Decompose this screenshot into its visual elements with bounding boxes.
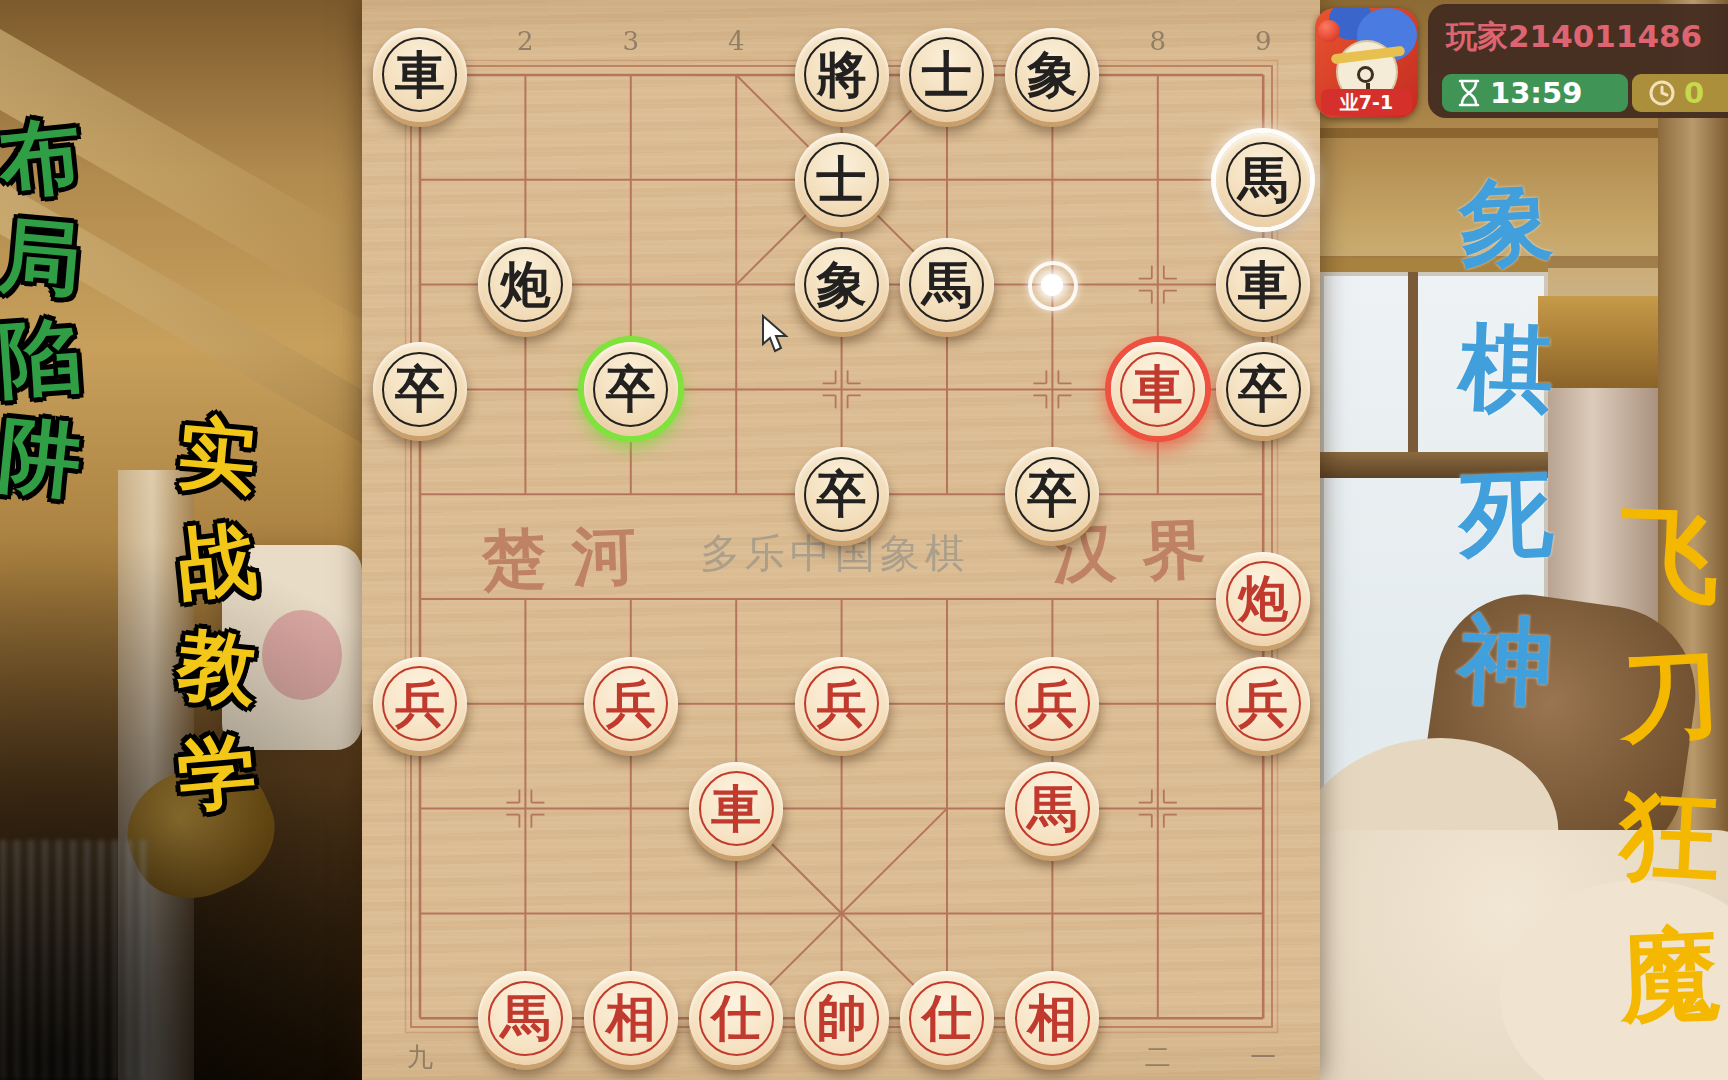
clock-icon [1648,79,1676,107]
red-piece-兵[interactable]: 兵 [373,657,467,751]
black-piece-卒[interactable]: 卒 [584,342,678,436]
black-piece-將[interactable]: 將 [795,28,889,122]
move-timer-value: 0 [1684,76,1704,110]
right-title-xiangqi-sishen: 象棋死神 [1458,150,1554,734]
black-piece-車[interactable]: 車 [373,28,467,122]
black-piece-馬[interactable]: 馬 [1216,133,1310,227]
black-piece-卒[interactable]: 卒 [1216,342,1310,436]
rank-badge: 业7-1 [1321,89,1412,115]
main-timer-value: 13:59 [1490,76,1582,110]
red-piece-炮[interactable]: 炮 [1216,552,1310,646]
black-piece-車[interactable]: 車 [1216,238,1310,332]
black-piece-象[interactable]: 象 [1005,28,1099,122]
red-piece-仕[interactable]: 仕 [689,971,783,1065]
right-title-feidao-kuangmo: 飞刀狂魔 [1618,486,1722,1046]
red-piece-車[interactable]: 車 [689,762,783,856]
main-timer: 13:59 [1442,74,1628,112]
red-piece-兵[interactable]: 兵 [584,657,678,751]
red-piece-兵[interactable]: 兵 [1216,657,1310,751]
left-title-buju-xianjing: 布局陷阱 [0,108,80,508]
move-timer: 0 [1632,74,1728,112]
opponent-info-panel: 玩家214011486 13:59 0 [1428,4,1728,118]
red-piece-馬[interactable]: 馬 [1005,762,1099,856]
red-piece-兵[interactable]: 兵 [795,657,889,751]
avatar-face-mark [1357,66,1374,83]
left-title-shizhan-jiaoxue: 实战教学 [176,402,258,826]
black-piece-炮[interactable]: 炮 [478,238,572,332]
column-capital [1538,296,1670,390]
red-piece-兵[interactable]: 兵 [1005,657,1099,751]
window-mullion [1408,272,1418,454]
red-piece-相[interactable]: 相 [584,971,678,1065]
red-piece-車[interactable]: 車 [1111,342,1205,436]
hourglass-icon [1458,79,1480,107]
black-piece-士[interactable]: 士 [795,133,889,227]
avatar-red-ball [1318,20,1340,42]
red-piece-仕[interactable]: 仕 [900,971,994,1065]
black-piece-士[interactable]: 士 [900,28,994,122]
red-piece-馬[interactable]: 馬 [478,971,572,1065]
black-piece-卒[interactable]: 卒 [1005,447,1099,541]
black-piece-馬[interactable]: 馬 [900,238,994,332]
red-piece-帥[interactable]: 帥 [795,971,889,1065]
red-piece-相[interactable]: 相 [1005,971,1099,1065]
player-name: 玩家214011486 [1446,16,1702,58]
black-piece-卒[interactable]: 卒 [795,447,889,541]
piece-grid: 車將士象士馬炮象馬車卒卒卒卒卒車炮兵兵兵兵兵車馬馬相仕帥仕相 [367,23,1316,1071]
black-piece-象[interactable]: 象 [795,238,889,332]
black-piece-卒[interactable]: 卒 [373,342,467,436]
opponent-avatar[interactable]: 业7-1 [1315,8,1418,118]
